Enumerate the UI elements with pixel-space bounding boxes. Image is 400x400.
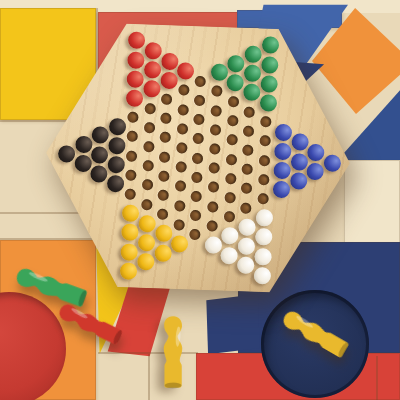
board-hole[interactable] (192, 152, 203, 163)
black-peg[interactable] (108, 137, 126, 155)
board-hole[interactable] (207, 220, 218, 231)
board-hole[interactable] (125, 169, 136, 180)
blue-peg[interactable] (273, 181, 291, 199)
board-hole[interactable] (158, 170, 169, 181)
board-hole[interactable] (191, 191, 202, 202)
board-hole[interactable] (211, 86, 222, 97)
board-hole[interactable] (190, 210, 201, 221)
red-peg[interactable] (161, 52, 179, 70)
white-peg[interactable] (255, 209, 273, 227)
yellow-peg[interactable] (122, 204, 140, 222)
board-hole[interactable] (143, 141, 154, 152)
green-peg[interactable] (227, 54, 245, 72)
board-hole[interactable] (225, 173, 236, 184)
white-peg[interactable] (221, 227, 239, 245)
yellow-peg[interactable] (120, 262, 138, 280)
black-peg[interactable] (75, 136, 93, 154)
blue-peg[interactable] (274, 143, 292, 161)
black-peg[interactable] (58, 145, 76, 163)
red-peg[interactable] (177, 62, 195, 80)
board-hole[interactable] (259, 155, 270, 166)
blue-peg[interactable] (291, 134, 309, 152)
board-hole[interactable] (127, 112, 138, 123)
board-hole[interactable] (210, 124, 221, 135)
black-peg[interactable] (107, 175, 125, 193)
chinese-checkers-board (41, 1, 355, 315)
scene (0, 0, 400, 400)
board-hole[interactable] (240, 202, 251, 213)
yellow-peg[interactable] (121, 243, 139, 261)
blue-peg[interactable] (275, 123, 293, 141)
blue-peg[interactable] (290, 172, 308, 190)
black-peg[interactable] (109, 118, 127, 136)
yellow-pawn-standing[interactable] (157, 315, 189, 389)
blue-peg[interactable] (307, 163, 325, 181)
board-hole[interactable] (243, 125, 254, 136)
yellow-pawn-standing-shape (157, 315, 189, 389)
black-peg[interactable] (91, 146, 109, 164)
yellow-peg[interactable] (154, 244, 172, 262)
board-hole[interactable] (211, 105, 222, 116)
board-hole[interactable] (193, 133, 204, 144)
board-hole[interactable] (258, 174, 269, 185)
green-peg[interactable] (244, 45, 262, 63)
board-hole[interactable] (177, 104, 188, 115)
red-band-seam (376, 356, 378, 400)
board-hole[interactable] (142, 160, 153, 171)
board-hole[interactable] (143, 122, 154, 133)
white-peg[interactable] (254, 248, 272, 266)
board-hole[interactable] (209, 162, 220, 173)
board-hole[interactable] (157, 209, 168, 220)
board-hole[interactable] (125, 188, 136, 199)
board-hole[interactable] (194, 114, 205, 125)
board-hole[interactable] (244, 106, 255, 117)
board-hole[interactable] (226, 153, 237, 164)
white-peg[interactable] (253, 267, 271, 285)
green-peg[interactable] (260, 75, 278, 93)
board-hole[interactable] (174, 200, 185, 211)
white-peg[interactable] (221, 246, 239, 264)
blue-peg[interactable] (290, 153, 308, 171)
board-hole[interactable] (227, 115, 238, 126)
board-hole[interactable] (161, 94, 172, 105)
board-hole[interactable] (224, 192, 235, 203)
board-hole[interactable] (173, 219, 184, 230)
white-peg[interactable] (237, 257, 255, 275)
board-hole[interactable] (175, 181, 186, 192)
red-peg[interactable] (143, 80, 161, 98)
green-peg[interactable] (243, 84, 261, 102)
board-hole[interactable] (242, 164, 253, 175)
board-hole[interactable] (160, 132, 171, 143)
board-hole[interactable] (194, 95, 205, 106)
board-hole[interactable] (260, 116, 271, 127)
red-peg[interactable] (128, 32, 146, 50)
white-peg[interactable] (238, 237, 256, 255)
red-peg[interactable] (145, 42, 163, 60)
board-hole[interactable] (127, 131, 138, 142)
red-peg[interactable] (128, 51, 146, 69)
board-hole[interactable] (175, 161, 186, 172)
board-hole[interactable] (241, 183, 252, 194)
blue-peg[interactable] (324, 154, 342, 172)
yellow-peg[interactable] (137, 253, 155, 271)
board-hole[interactable] (178, 85, 189, 96)
yellow-peg[interactable] (122, 224, 140, 242)
white-peg[interactable] (238, 218, 256, 236)
black-peg[interactable] (74, 155, 92, 173)
red-peg[interactable] (126, 89, 144, 107)
board-hole[interactable] (209, 143, 220, 154)
green-peg[interactable] (227, 74, 245, 92)
board-hole[interactable] (208, 182, 219, 193)
red-peg[interactable] (160, 71, 178, 89)
green-peg[interactable] (259, 94, 277, 112)
green-peg[interactable] (261, 56, 279, 74)
board-hole[interactable] (259, 135, 270, 146)
blue-peg[interactable] (273, 162, 291, 180)
board-hole[interactable] (176, 142, 187, 153)
yellow-peg[interactable] (139, 215, 157, 233)
black-peg[interactable] (107, 156, 125, 174)
board-hole[interactable] (141, 199, 152, 210)
board-hole[interactable] (141, 179, 152, 190)
board-hole-grid (41, 1, 355, 315)
green-peg[interactable] (210, 63, 228, 81)
white-peg[interactable] (255, 228, 273, 246)
right-plank-block (344, 160, 400, 246)
board-hole[interactable] (243, 144, 254, 155)
board-hole[interactable] (195, 76, 206, 87)
board-hole[interactable] (257, 193, 268, 204)
black-peg[interactable] (90, 165, 108, 183)
board-hole[interactable] (158, 190, 169, 201)
red-peg[interactable] (127, 70, 145, 88)
board-hole[interactable] (224, 211, 235, 222)
board-hole[interactable] (177, 123, 188, 134)
green-peg[interactable] (261, 36, 279, 54)
black-peg[interactable] (92, 127, 110, 145)
red-peg[interactable] (144, 61, 162, 79)
board-hole[interactable] (126, 150, 137, 161)
board-hole[interactable] (190, 229, 201, 240)
yellow-peg[interactable] (138, 234, 156, 252)
plank-seam-6 (148, 354, 150, 400)
board-hole[interactable] (160, 113, 171, 124)
board-shadow-wrapper (46, 6, 350, 310)
blue-peg[interactable] (307, 144, 325, 162)
board-hole[interactable] (144, 103, 155, 114)
board-hole[interactable] (159, 151, 170, 162)
yellow-peg[interactable] (155, 225, 173, 243)
board-hole[interactable] (228, 96, 239, 107)
board-hole[interactable] (226, 134, 237, 145)
board-hole[interactable] (207, 201, 218, 212)
green-peg[interactable] (244, 65, 262, 83)
board-hole[interactable] (192, 171, 203, 182)
yellow-peg[interactable] (171, 235, 189, 253)
white-peg[interactable] (204, 236, 222, 254)
